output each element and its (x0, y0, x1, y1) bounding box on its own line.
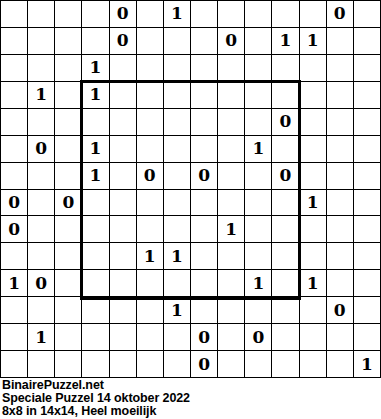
cell-r3c5[interactable] (137, 82, 163, 108)
cell-r9c11[interactable] (300, 243, 326, 269)
cell-r9c9[interactable] (245, 243, 271, 269)
cell-r2c8[interactable] (218, 55, 244, 81)
cell-r2c3[interactable]: 1 (82, 55, 108, 81)
cell-r0c3[interactable] (82, 1, 108, 27)
cell-r10c2[interactable] (55, 270, 81, 296)
cell-r12c12[interactable] (327, 324, 353, 350)
cell-r4c2[interactable] (55, 109, 81, 135)
cell-r11c11[interactable] (300, 297, 326, 323)
cell-r0c2[interactable] (55, 1, 81, 27)
cell-r3c8[interactable] (218, 82, 244, 108)
cell-r1c8[interactable]: 0 (218, 28, 244, 54)
cell-r1c1[interactable] (28, 28, 54, 54)
cell-r8c4[interactable] (110, 216, 136, 242)
cell-r7c3[interactable] (82, 190, 108, 216)
cell-r12c11[interactable] (300, 324, 326, 350)
cell-r2c12[interactable] (327, 55, 353, 81)
cell-r2c10[interactable] (272, 55, 298, 81)
cell-r10c5[interactable] (137, 270, 163, 296)
cell-r0c7[interactable] (191, 1, 217, 27)
cell-r1c5[interactable] (137, 28, 163, 54)
cell-r7c0[interactable]: 0 (1, 190, 27, 216)
cell-r6c11[interactable] (300, 163, 326, 189)
cell-r2c4[interactable] (110, 55, 136, 81)
cell-r7c10[interactable] (272, 190, 298, 216)
cell-r11c1[interactable] (28, 297, 54, 323)
cell-r6c6[interactable] (164, 163, 190, 189)
given-digit: 1 (144, 248, 156, 265)
board-wrap: 010001111100111000001011110111010001 (0, 0, 381, 378)
cell-r0c0[interactable] (1, 1, 27, 27)
cell-r12c8[interactable] (218, 324, 244, 350)
cell-r11c3[interactable] (82, 297, 108, 323)
cell-r8c9[interactable] (245, 216, 271, 242)
footer: BinairePuzzel.net Speciale Puzzel 14 okt… (0, 378, 381, 419)
cell-r0c11[interactable] (300, 1, 326, 27)
cell-r9c13[interactable] (354, 243, 380, 269)
cell-r7c1[interactable] (28, 190, 54, 216)
cell-r10c4[interactable] (110, 270, 136, 296)
given-digit: 0 (280, 167, 292, 184)
cell-r2c13[interactable] (354, 55, 380, 81)
cell-r8c2[interactable] (55, 216, 81, 242)
given-digit: 1 (280, 32, 292, 49)
cell-r4c4[interactable] (110, 109, 136, 135)
cell-r9c4[interactable] (110, 243, 136, 269)
cell-r8c11[interactable] (300, 216, 326, 242)
cell-r5c8[interactable] (218, 136, 244, 162)
cell-r7c4[interactable] (110, 190, 136, 216)
cell-r12c10[interactable] (272, 324, 298, 350)
cell-r8c7[interactable] (191, 216, 217, 242)
cell-r11c10[interactable] (272, 297, 298, 323)
cell-r1c7[interactable] (191, 28, 217, 54)
given-digit: 1 (171, 302, 183, 319)
cell-r10c7[interactable] (191, 270, 217, 296)
cell-r6c10[interactable]: 0 (272, 163, 298, 189)
given-digit: 0 (198, 356, 210, 373)
cell-r2c7[interactable] (191, 55, 217, 81)
cell-r5c4[interactable] (110, 136, 136, 162)
cell-r9c12[interactable] (327, 243, 353, 269)
cell-r11c5[interactable] (137, 297, 163, 323)
given-digit: 0 (280, 113, 292, 130)
cell-r12c6[interactable] (164, 324, 190, 350)
given-digit: 1 (8, 275, 20, 292)
cell-r10c12[interactable] (327, 270, 353, 296)
cell-r0c1[interactable] (28, 1, 54, 27)
given-digit: 0 (35, 275, 47, 292)
cell-r10c1[interactable]: 0 (28, 270, 54, 296)
cell-r6c4[interactable] (110, 163, 136, 189)
cell-r0c13[interactable] (354, 1, 380, 27)
cell-r5c0[interactable] (1, 136, 27, 162)
cell-r5c7[interactable] (191, 136, 217, 162)
cell-r10c6[interactable] (164, 270, 190, 296)
given-digit: 1 (35, 86, 47, 103)
cell-r5c3[interactable]: 1 (82, 136, 108, 162)
cell-r13c4[interactable] (110, 351, 136, 377)
cell-r13c13[interactable]: 1 (354, 351, 380, 377)
cell-r4c7[interactable] (191, 109, 217, 135)
given-digit: 1 (171, 5, 183, 22)
cell-r10c10[interactable] (272, 270, 298, 296)
cell-r2c9[interactable] (245, 55, 271, 81)
cell-r13c7[interactable]: 0 (191, 351, 217, 377)
cell-r8c3[interactable] (82, 216, 108, 242)
cell-r2c0[interactable] (1, 55, 27, 81)
given-digit: 1 (307, 194, 319, 211)
cell-r7c11[interactable]: 1 (300, 190, 326, 216)
cell-r0c8[interactable] (218, 1, 244, 27)
cell-r6c5[interactable]: 0 (137, 163, 163, 189)
cell-r1c10[interactable]: 1 (272, 28, 298, 54)
given-digit: 1 (90, 167, 102, 184)
cell-r5c11[interactable] (300, 136, 326, 162)
given-digit: 0 (198, 167, 210, 184)
cell-r5c10[interactable] (272, 136, 298, 162)
cell-r10c8[interactable] (218, 270, 244, 296)
cell-r5c2[interactable] (55, 136, 81, 162)
given-digit: 0 (198, 329, 210, 346)
given-digit: 0 (117, 32, 129, 49)
given-digit: 0 (144, 167, 156, 184)
cell-r10c13[interactable] (354, 270, 380, 296)
cell-r3c7[interactable] (191, 82, 217, 108)
puzzle-page: 010001111100111000001011110111010001 Bin… (0, 0, 381, 419)
cell-r10c0[interactable]: 1 (1, 270, 27, 296)
cell-r13c10[interactable] (272, 351, 298, 377)
cell-r6c1[interactable] (28, 163, 54, 189)
cell-r3c11[interactable] (300, 82, 326, 108)
cell-r11c8[interactable] (218, 297, 244, 323)
given-digit: 0 (117, 5, 129, 22)
given-digit: 0 (35, 140, 47, 157)
cell-r1c12[interactable] (327, 28, 353, 54)
cell-r9c0[interactable] (1, 243, 27, 269)
cell-r4c8[interactable] (218, 109, 244, 135)
cell-r3c13[interactable] (354, 82, 380, 108)
given-digit: 0 (62, 194, 74, 211)
given-digit: 0 (8, 221, 20, 238)
cell-r12c4[interactable] (110, 324, 136, 350)
cell-r11c0[interactable] (1, 297, 27, 323)
cell-r5c9[interactable]: 1 (245, 136, 271, 162)
cell-r7c9[interactable] (245, 190, 271, 216)
cell-r6c7[interactable]: 0 (191, 163, 217, 189)
cell-r0c10[interactable] (272, 1, 298, 27)
puzzle-subtitle: 8x8 in 14x14, Heel moeilijk (2, 405, 381, 418)
given-digit: 0 (8, 194, 20, 211)
cell-r11c12[interactable]: 0 (327, 297, 353, 323)
cell-r6c12[interactable] (327, 163, 353, 189)
cell-r6c9[interactable] (245, 163, 271, 189)
cell-r8c1[interactable] (28, 216, 54, 242)
cell-r8c10[interactable] (272, 216, 298, 242)
puzzle-board: 010001111100111000001011110111010001 (0, 0, 381, 378)
cell-r7c8[interactable] (218, 190, 244, 216)
given-digit: 0 (334, 302, 346, 319)
cell-r0c12[interactable]: 0 (327, 1, 353, 27)
cell-r13c0[interactable] (1, 351, 27, 377)
given-digit: 1 (90, 59, 102, 76)
cell-r3c10[interactable] (272, 82, 298, 108)
cell-r8c8[interactable]: 1 (218, 216, 244, 242)
cell-r13c2[interactable] (55, 351, 81, 377)
cell-r9c5[interactable]: 1 (137, 243, 163, 269)
cell-r7c13[interactable] (354, 190, 380, 216)
cell-r13c6[interactable] (164, 351, 190, 377)
cell-r12c2[interactable] (55, 324, 81, 350)
cell-r12c9[interactable]: 0 (245, 324, 271, 350)
cell-r0c6[interactable]: 1 (164, 1, 190, 27)
cell-r1c3[interactable] (82, 28, 108, 54)
cell-r12c5[interactable] (137, 324, 163, 350)
cell-r11c7[interactable] (191, 297, 217, 323)
cell-r2c5[interactable] (137, 55, 163, 81)
cell-r12c13[interactable] (354, 324, 380, 350)
cell-r5c5[interactable] (137, 136, 163, 162)
cell-r13c12[interactable] (327, 351, 353, 377)
cell-r8c5[interactable] (137, 216, 163, 242)
cell-r13c5[interactable] (137, 351, 163, 377)
cell-r9c3[interactable] (82, 243, 108, 269)
cell-r4c6[interactable] (164, 109, 190, 135)
cell-r2c1[interactable] (28, 55, 54, 81)
cell-r6c3[interactable]: 1 (82, 163, 108, 189)
cell-r9c8[interactable] (218, 243, 244, 269)
given-digit: 1 (90, 140, 102, 157)
given-digit: 0 (334, 5, 346, 22)
given-digit: 1 (252, 275, 264, 292)
cell-r10c11[interactable]: 1 (300, 270, 326, 296)
cell-r7c12[interactable] (327, 190, 353, 216)
given-digit: 1 (35, 329, 47, 346)
cell-r13c1[interactable] (28, 351, 54, 377)
given-digit: 1 (225, 221, 237, 238)
cell-r12c3[interactable] (82, 324, 108, 350)
cell-r3c6[interactable] (164, 82, 190, 108)
cell-r11c4[interactable] (110, 297, 136, 323)
cell-r3c12[interactable] (327, 82, 353, 108)
cell-r5c13[interactable] (354, 136, 380, 162)
cell-r2c11[interactable] (300, 55, 326, 81)
cell-r6c13[interactable] (354, 163, 380, 189)
cell-r0c9[interactable] (245, 1, 271, 27)
cell-r12c0[interactable] (1, 324, 27, 350)
cell-r6c0[interactable] (1, 163, 27, 189)
cell-r13c3[interactable] (82, 351, 108, 377)
cell-r2c2[interactable] (55, 55, 81, 81)
cell-r4c9[interactable] (245, 109, 271, 135)
cell-r7c6[interactable] (164, 190, 190, 216)
cell-r3c9[interactable] (245, 82, 271, 108)
cell-r1c13[interactable] (354, 28, 380, 54)
given-digit: 1 (90, 86, 102, 103)
cell-r13c9[interactable] (245, 351, 271, 377)
cell-r9c2[interactable] (55, 243, 81, 269)
cell-r5c12[interactable] (327, 136, 353, 162)
cell-r9c7[interactable] (191, 243, 217, 269)
cell-r12c7[interactable]: 0 (191, 324, 217, 350)
cell-r0c5[interactable] (137, 1, 163, 27)
cell-r10c3[interactable] (82, 270, 108, 296)
cell-r8c0[interactable]: 0 (1, 216, 27, 242)
cell-r9c6[interactable]: 1 (164, 243, 190, 269)
cell-r0c4[interactable]: 0 (110, 1, 136, 27)
given-digit: 1 (171, 248, 183, 265)
cell-r13c11[interactable] (300, 351, 326, 377)
cell-r2c6[interactable] (164, 55, 190, 81)
cell-r1c6[interactable] (164, 28, 190, 54)
cell-r1c0[interactable] (1, 28, 27, 54)
given-digit: 1 (361, 356, 373, 373)
cell-r5c6[interactable] (164, 136, 190, 162)
cell-r7c7[interactable] (191, 190, 217, 216)
given-digit: 1 (252, 140, 264, 157)
cell-r1c4[interactable]: 0 (110, 28, 136, 54)
cell-r10c9[interactable]: 1 (245, 270, 271, 296)
cell-r4c11[interactable] (300, 109, 326, 135)
given-digit: 0 (225, 32, 237, 49)
cell-r8c12[interactable] (327, 216, 353, 242)
cell-r4c0[interactable] (1, 109, 27, 135)
cell-r3c3[interactable]: 1 (82, 82, 108, 108)
cell-r3c1[interactable]: 1 (28, 82, 54, 108)
cell-r11c13[interactable] (354, 297, 380, 323)
cell-r8c13[interactable] (354, 216, 380, 242)
cell-r4c12[interactable] (327, 109, 353, 135)
cell-r1c11[interactable]: 1 (300, 28, 326, 54)
cell-r7c5[interactable] (137, 190, 163, 216)
cell-r11c2[interactable] (55, 297, 81, 323)
cell-r1c2[interactable] (55, 28, 81, 54)
cell-r1c9[interactable] (245, 28, 271, 54)
cell-r8c6[interactable] (164, 216, 190, 242)
cell-r9c1[interactable] (28, 243, 54, 269)
given-digit: 0 (252, 329, 264, 346)
cell-r4c10[interactable]: 0 (272, 109, 298, 135)
cell-r4c1[interactable] (28, 109, 54, 135)
cell-r4c13[interactable] (354, 109, 380, 135)
cell-r3c2[interactable] (55, 82, 81, 108)
cell-r11c9[interactable] (245, 297, 271, 323)
cell-r3c4[interactable] (110, 82, 136, 108)
given-digit: 1 (307, 275, 319, 292)
cell-r6c8[interactable] (218, 163, 244, 189)
cell-r11c6[interactable]: 1 (164, 297, 190, 323)
cell-r5c1[interactable]: 0 (28, 136, 54, 162)
cell-r13c8[interactable] (218, 351, 244, 377)
cell-r4c5[interactable] (137, 109, 163, 135)
cell-r6c2[interactable] (55, 163, 81, 189)
cell-r7c2[interactable]: 0 (55, 190, 81, 216)
cell-r4c3[interactable] (82, 109, 108, 135)
cell-r12c1[interactable]: 1 (28, 324, 54, 350)
cell-r3c0[interactable] (1, 82, 27, 108)
cell-r9c10[interactable] (272, 243, 298, 269)
given-digit: 1 (307, 32, 319, 49)
